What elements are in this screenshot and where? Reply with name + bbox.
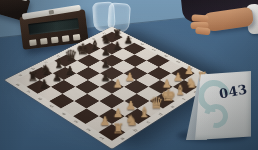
black-pawn[interactable]: ♟ — [101, 47, 110, 57]
white-pawn[interactable]: ♟ — [99, 116, 110, 128]
black-pawn[interactable]: ♟ — [65, 65, 75, 76]
white-knight[interactable]: ♞ — [125, 113, 138, 127]
black-knight[interactable]: ♞ — [40, 63, 52, 76]
white-queen[interactable]: ♛ — [149, 96, 163, 112]
black-pawn[interactable]: ♟ — [52, 72, 62, 83]
white-bishop[interactable]: ♝ — [137, 106, 150, 120]
table-number: 043 — [218, 82, 249, 102]
black-pawn[interactable]: ♟ — [112, 41, 121, 51]
white-rook[interactable]: ♜ — [112, 123, 124, 136]
white-pawn[interactable]: ♟ — [125, 100, 136, 112]
black-knight[interactable]: ♞ — [100, 33, 111, 45]
black-queen[interactable]: ♛ — [64, 49, 77, 63]
table-number-card: 043 — [186, 71, 252, 143]
black-pawn[interactable]: ♟ — [100, 72, 110, 83]
black-pawn[interactable]: ♟ — [101, 59, 111, 70]
white-pawn[interactable]: ♟ — [124, 72, 134, 83]
white-pawn[interactable]: ♟ — [112, 108, 123, 120]
opponent-arm — [182, 0, 258, 48]
black-king[interactable]: ♚ — [76, 42, 90, 57]
black-pawn[interactable]: ♟ — [123, 35, 132, 45]
tournament-photo: abcdefgh abcdefgh 87654321 87654321 ♜♞♝♛… — [0, 0, 258, 150]
black-bishop[interactable]: ♝ — [89, 39, 100, 51]
board-grid: ♜♞♝♛♚♝♞♜♟♟♟♟♟♟♟♟♟♟♟♟♟♟♟♟♜♞♝♛♚♝♞♜ — [16, 32, 208, 141]
card-front-face: 043 — [195, 71, 251, 140]
white-pawn[interactable]: ♟ — [112, 79, 122, 90]
chessboard-perspective: abcdefgh abcdefgh 87654321 87654321 ♜♞♝♛… — [36, 4, 188, 150]
square-d5[interactable]: ♟ — [88, 73, 112, 86]
black-rook[interactable]: ♜ — [27, 71, 38, 83]
finger — [195, 27, 211, 36]
black-bishop[interactable]: ♝ — [53, 57, 64, 70]
black-pawn[interactable]: ♟ — [39, 79, 49, 90]
black-rook[interactable]: ♜ — [112, 29, 122, 40]
